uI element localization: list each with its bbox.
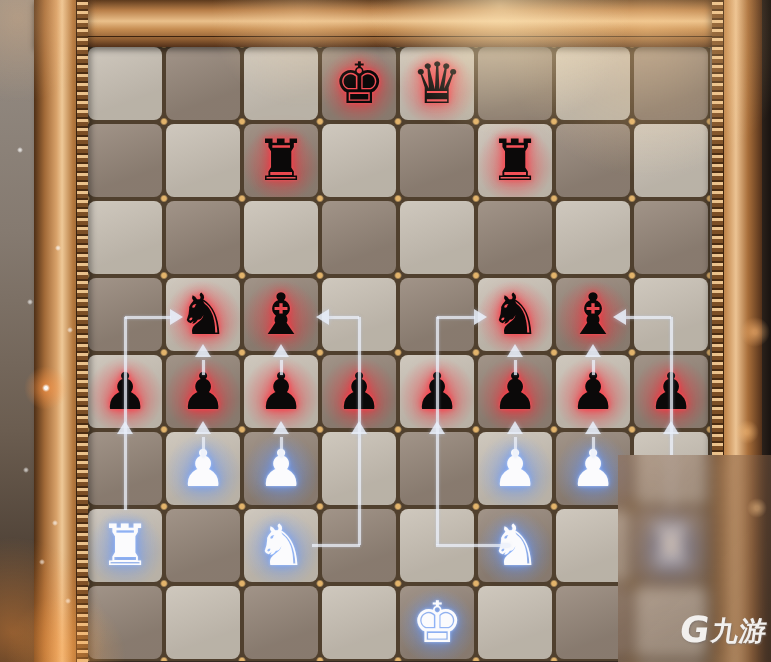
white-pawn-piece: ♟ <box>492 443 538 494</box>
square-e7[interactable] <box>398 122 476 199</box>
square-e5[interactable] <box>398 276 476 353</box>
square-h7[interactable] <box>632 122 710 199</box>
watermark-text: 九游 <box>710 617 770 644</box>
square-d8[interactable]: ♚ <box>320 45 398 122</box>
watermark-logo-icon: G <box>677 612 712 648</box>
square-c7[interactable]: ♜ <box>242 122 320 199</box>
board-frame-top <box>34 0 771 47</box>
square-c5[interactable]: ♝ <box>242 276 320 353</box>
white-knight-piece: ♞ <box>255 517 306 574</box>
white-pawn-piece: ♟ <box>258 443 304 494</box>
square-c8[interactable] <box>242 45 320 122</box>
black-pawn-piece: ♟ <box>648 366 694 417</box>
black-bishop-piece: ♝ <box>567 286 618 343</box>
square-b6[interactable] <box>164 199 242 276</box>
square-f2[interactable]: ♞ <box>476 507 554 584</box>
square-b4[interactable]: ♟ <box>164 353 242 430</box>
square-b3[interactable]: ♟ <box>164 430 242 507</box>
black-knight-piece: ♞ <box>177 286 228 343</box>
square-c3[interactable]: ♟ <box>242 430 320 507</box>
square-d3[interactable] <box>320 430 398 507</box>
square-a2[interactable]: ♜ <box>86 507 164 584</box>
black-rook-piece: ♜ <box>489 132 540 189</box>
square-d1[interactable] <box>320 584 398 661</box>
game-scene: ♚♛♜♜♞♝♞♝♟♟♟♟♟♟♟♟♟♟♟♟♜♞♞♜♚ G 九游 <box>0 0 771 662</box>
black-pawn-piece: ♟ <box>180 366 226 417</box>
black-knight-piece: ♞ <box>489 286 540 343</box>
square-f4[interactable]: ♟ <box>476 353 554 430</box>
black-pawn-piece: ♟ <box>414 366 460 417</box>
square-d5[interactable] <box>320 276 398 353</box>
square-b8[interactable] <box>164 45 242 122</box>
square-c6[interactable] <box>242 199 320 276</box>
square-b5[interactable]: ♞ <box>164 276 242 353</box>
square-f3[interactable]: ♟ <box>476 430 554 507</box>
black-pawn-piece: ♟ <box>336 366 382 417</box>
square-f6[interactable] <box>476 199 554 276</box>
square-h6[interactable] <box>632 199 710 276</box>
white-rook-piece: ♜ <box>99 517 150 574</box>
square-a8[interactable] <box>86 45 164 122</box>
square-e8[interactable]: ♛ <box>398 45 476 122</box>
square-a7[interactable] <box>86 122 164 199</box>
board: ♚♛♜♜♞♝♞♝♟♟♟♟♟♟♟♟♟♟♟♟♜♞♞♜♚ <box>86 45 710 661</box>
black-pawn-piece: ♟ <box>492 366 538 417</box>
square-b1[interactable] <box>164 584 242 661</box>
black-queen-piece: ♛ <box>411 55 462 112</box>
square-c2[interactable]: ♞ <box>242 507 320 584</box>
square-a6[interactable] <box>86 199 164 276</box>
white-pawn-piece: ♟ <box>180 443 226 494</box>
square-f5[interactable]: ♞ <box>476 276 554 353</box>
square-e6[interactable] <box>398 199 476 276</box>
black-pawn-piece: ♟ <box>102 366 148 417</box>
square-e1[interactable]: ♚ <box>398 584 476 661</box>
frame-dentil-ornament <box>76 0 88 662</box>
square-g7[interactable] <box>554 122 632 199</box>
square-e4[interactable]: ♟ <box>398 353 476 430</box>
square-a5[interactable] <box>86 276 164 353</box>
square-d6[interactable] <box>320 199 398 276</box>
square-g6[interactable] <box>554 199 632 276</box>
square-d2[interactable] <box>320 507 398 584</box>
square-b2[interactable] <box>164 507 242 584</box>
black-rook-piece: ♜ <box>255 132 306 189</box>
black-pawn-piece: ♟ <box>258 366 304 417</box>
white-pawn-piece: ♟ <box>570 443 616 494</box>
square-h5[interactable] <box>632 276 710 353</box>
square-f8[interactable] <box>476 45 554 122</box>
white-king-piece: ♚ <box>411 594 462 651</box>
square-h4[interactable]: ♟ <box>632 353 710 430</box>
square-a3[interactable] <box>86 430 164 507</box>
square-g5[interactable]: ♝ <box>554 276 632 353</box>
square-a1[interactable] <box>86 584 164 661</box>
square-e2[interactable] <box>398 507 476 584</box>
watermark: G 九游 <box>677 612 770 648</box>
square-g4[interactable]: ♟ <box>554 353 632 430</box>
black-bishop-piece: ♝ <box>255 286 306 343</box>
square-d7[interactable] <box>320 122 398 199</box>
square-f7[interactable]: ♜ <box>476 122 554 199</box>
square-e3[interactable] <box>398 430 476 507</box>
square-c4[interactable]: ♟ <box>242 353 320 430</box>
square-h8[interactable] <box>632 45 710 122</box>
frame-dentil-ornament <box>34 36 771 47</box>
square-a4[interactable]: ♟ <box>86 353 164 430</box>
square-d4[interactable]: ♟ <box>320 353 398 430</box>
board-frame-left <box>34 0 88 662</box>
white-knight-piece: ♞ <box>489 517 540 574</box>
square-c1[interactable] <box>242 584 320 661</box>
square-g8[interactable] <box>554 45 632 122</box>
black-pawn-piece: ♟ <box>570 366 616 417</box>
square-f1[interactable] <box>476 584 554 661</box>
square-b7[interactable] <box>164 122 242 199</box>
black-king-piece: ♚ <box>333 55 384 112</box>
